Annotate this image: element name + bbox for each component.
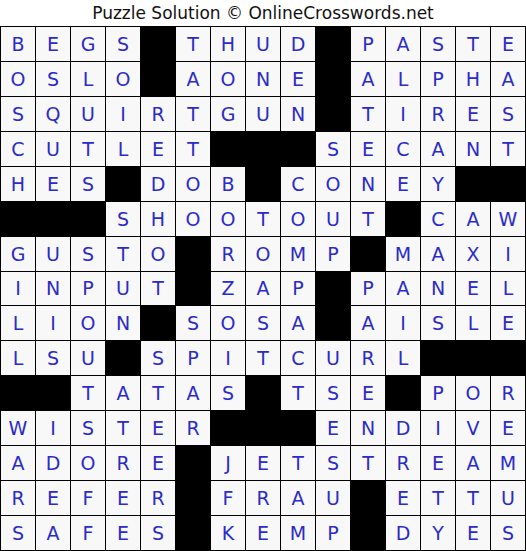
black-cell bbox=[176, 446, 210, 480]
letter-cell: I bbox=[106, 97, 140, 131]
letter-cell: E bbox=[36, 167, 70, 201]
letter-cell: E bbox=[421, 446, 455, 480]
letter-cell: A bbox=[281, 306, 315, 340]
letter-cell: S bbox=[106, 27, 140, 61]
letter-cell: X bbox=[456, 237, 490, 271]
letter-cell: R bbox=[491, 376, 525, 410]
black-cell bbox=[456, 341, 490, 375]
letter-cell: O bbox=[71, 306, 105, 340]
letter-cell: O bbox=[106, 62, 140, 96]
letter-cell: C bbox=[281, 341, 315, 375]
letter-cell: F bbox=[71, 516, 105, 550]
letter-cell: A bbox=[456, 202, 490, 236]
letter-cell: N bbox=[36, 272, 70, 306]
black-cell bbox=[106, 341, 140, 375]
letter-cell: N bbox=[351, 167, 385, 201]
letter-cell: O bbox=[1, 62, 35, 96]
letter-cell: N bbox=[246, 62, 280, 96]
black-cell bbox=[1, 202, 35, 236]
letter-cell: D bbox=[386, 516, 420, 550]
letter-cell: L bbox=[71, 62, 105, 96]
letter-cell: A bbox=[351, 62, 385, 96]
letter-cell: A bbox=[491, 62, 525, 96]
letter-cell: A bbox=[36, 516, 70, 550]
black-cell bbox=[141, 62, 175, 96]
black-cell bbox=[246, 132, 280, 166]
black-cell bbox=[316, 272, 350, 306]
letter-cell: U bbox=[316, 202, 350, 236]
letter-cell: O bbox=[211, 202, 245, 236]
letter-cell: T bbox=[456, 27, 490, 61]
black-cell bbox=[386, 376, 420, 410]
letter-cell: I bbox=[421, 411, 455, 445]
letter-cell: W bbox=[1, 411, 35, 445]
letter-cell: E bbox=[246, 446, 280, 480]
black-cell bbox=[316, 97, 350, 131]
letter-cell: U bbox=[36, 132, 70, 166]
letter-cell: H bbox=[211, 27, 245, 61]
letter-cell: C bbox=[1, 132, 35, 166]
letter-cell: E bbox=[141, 446, 175, 480]
letter-cell: T bbox=[456, 481, 490, 515]
letter-cell: E bbox=[141, 411, 175, 445]
letter-cell: S bbox=[1, 97, 35, 131]
letter-cell: F bbox=[211, 481, 245, 515]
black-cell bbox=[421, 341, 455, 375]
letter-cell: V bbox=[456, 411, 490, 445]
black-cell bbox=[316, 62, 350, 96]
letter-cell: D bbox=[141, 167, 175, 201]
letter-cell: S bbox=[211, 376, 245, 410]
letter-cell: L bbox=[106, 132, 140, 166]
letter-cell: H bbox=[141, 202, 175, 236]
letter-cell: A bbox=[176, 376, 210, 410]
letter-cell: B bbox=[1, 27, 35, 61]
letter-cell: K bbox=[211, 516, 245, 550]
letter-cell: T bbox=[351, 202, 385, 236]
letter-cell: P bbox=[421, 62, 455, 96]
letter-cell: O bbox=[281, 202, 315, 236]
letter-cell: A bbox=[421, 132, 455, 166]
letter-cell: S bbox=[176, 306, 210, 340]
letter-cell: T bbox=[491, 132, 525, 166]
black-cell bbox=[176, 272, 210, 306]
letter-cell: T bbox=[71, 376, 105, 410]
letter-cell: S bbox=[36, 62, 70, 96]
letter-cell: C bbox=[386, 132, 420, 166]
letter-cell: A bbox=[351, 306, 385, 340]
letter-cell: T bbox=[281, 376, 315, 410]
letter-cell: U bbox=[106, 272, 140, 306]
letter-cell: R bbox=[141, 481, 175, 515]
letter-cell: L bbox=[1, 341, 35, 375]
letter-cell: U bbox=[246, 97, 280, 131]
letter-cell: E bbox=[456, 272, 490, 306]
black-cell bbox=[351, 237, 385, 271]
letter-cell: S bbox=[141, 516, 175, 550]
black-cell bbox=[281, 132, 315, 166]
letter-cell: L bbox=[491, 272, 525, 306]
letter-cell: S bbox=[421, 306, 455, 340]
letter-cell: S bbox=[246, 306, 280, 340]
letter-cell: T bbox=[176, 132, 210, 166]
letter-cell: U bbox=[316, 481, 350, 515]
letter-cell: B bbox=[211, 167, 245, 201]
letter-cell: P bbox=[316, 237, 350, 271]
letter-cell: I bbox=[386, 306, 420, 340]
letter-cell: E bbox=[386, 481, 420, 515]
letter-cell: O bbox=[176, 202, 210, 236]
letter-cell: D bbox=[36, 446, 70, 480]
black-cell bbox=[141, 27, 175, 61]
black-cell bbox=[316, 306, 350, 340]
black-cell bbox=[141, 306, 175, 340]
letter-cell: U bbox=[246, 27, 280, 61]
black-cell bbox=[491, 167, 525, 201]
letter-cell: O bbox=[176, 167, 210, 201]
black-cell bbox=[491, 341, 525, 375]
letter-cell: S bbox=[141, 341, 175, 375]
letter-cell: E bbox=[351, 132, 385, 166]
letter-cell: T bbox=[246, 341, 280, 375]
letter-cell: Y bbox=[421, 167, 455, 201]
letter-cell: S bbox=[71, 411, 105, 445]
letter-cell: P bbox=[176, 341, 210, 375]
letter-cell: G bbox=[211, 97, 245, 131]
letter-cell: U bbox=[491, 481, 525, 515]
letter-cell: P bbox=[351, 272, 385, 306]
letter-cell: U bbox=[71, 97, 105, 131]
letter-cell: E bbox=[456, 97, 490, 131]
letter-cell: E bbox=[36, 481, 70, 515]
letter-cell: E bbox=[456, 516, 490, 550]
letter-cell: M bbox=[386, 237, 420, 271]
letter-cell: E bbox=[106, 516, 140, 550]
letter-cell: R bbox=[246, 481, 280, 515]
letter-cell: R bbox=[351, 341, 385, 375]
letter-cell: I bbox=[386, 97, 420, 131]
letter-cell: I bbox=[36, 411, 70, 445]
letter-cell: M bbox=[281, 237, 315, 271]
letter-cell: A bbox=[456, 446, 490, 480]
letter-cell: L bbox=[1, 306, 35, 340]
black-cell bbox=[246, 376, 280, 410]
letter-cell: S bbox=[316, 446, 350, 480]
letter-cell: T bbox=[141, 272, 175, 306]
letter-cell: T bbox=[281, 446, 315, 480]
letter-cell: A bbox=[246, 272, 280, 306]
letter-cell: E bbox=[491, 27, 525, 61]
letter-cell: L bbox=[456, 306, 490, 340]
letter-cell: T bbox=[421, 481, 455, 515]
letter-cell: A bbox=[176, 62, 210, 96]
letter-cell: T bbox=[176, 97, 210, 131]
letter-cell: I bbox=[36, 306, 70, 340]
letter-cell: L bbox=[386, 341, 420, 375]
letter-cell: E bbox=[36, 27, 70, 61]
black-cell bbox=[71, 202, 105, 236]
letter-cell: S bbox=[1, 516, 35, 550]
letter-cell: G bbox=[1, 237, 35, 271]
letter-cell: S bbox=[491, 516, 525, 550]
letter-cell: C bbox=[281, 167, 315, 201]
letter-cell: A bbox=[106, 376, 140, 410]
letter-cell: A bbox=[1, 446, 35, 480]
black-cell bbox=[316, 27, 350, 61]
letter-cell: N bbox=[281, 97, 315, 131]
letter-cell: M bbox=[281, 516, 315, 550]
letter-cell: E bbox=[386, 167, 420, 201]
letter-cell: N bbox=[456, 132, 490, 166]
letter-cell: E bbox=[141, 132, 175, 166]
letter-cell: R bbox=[421, 97, 455, 131]
letter-cell: T bbox=[106, 237, 140, 271]
letter-cell: S bbox=[316, 376, 350, 410]
letter-cell: P bbox=[351, 27, 385, 61]
letter-cell: O bbox=[211, 62, 245, 96]
letter-cell: A bbox=[421, 237, 455, 271]
black-cell bbox=[351, 481, 385, 515]
black-cell bbox=[36, 376, 70, 410]
letter-cell: E bbox=[106, 481, 140, 515]
letter-cell: I bbox=[491, 237, 525, 271]
letter-cell: N bbox=[351, 411, 385, 445]
letter-cell: E bbox=[246, 516, 280, 550]
letter-cell: R bbox=[1, 481, 35, 515]
letter-cell: S bbox=[36, 341, 70, 375]
letter-cell: T bbox=[351, 97, 385, 131]
letter-cell: N bbox=[106, 306, 140, 340]
letter-cell: I bbox=[1, 272, 35, 306]
black-cell bbox=[176, 237, 210, 271]
letter-cell: S bbox=[421, 27, 455, 61]
letter-cell: S bbox=[71, 237, 105, 271]
letter-cell: L bbox=[386, 62, 420, 96]
letter-cell: S bbox=[316, 132, 350, 166]
letter-cell: U bbox=[71, 341, 105, 375]
letter-cell: T bbox=[106, 411, 140, 445]
letter-cell: P bbox=[281, 272, 315, 306]
letter-cell: S bbox=[71, 167, 105, 201]
letter-cell: P bbox=[421, 376, 455, 410]
letter-cell: W bbox=[491, 202, 525, 236]
letter-cell: F bbox=[71, 481, 105, 515]
black-cell bbox=[211, 411, 245, 445]
letter-cell: D bbox=[386, 411, 420, 445]
letter-cell: O bbox=[456, 376, 490, 410]
letter-cell: G bbox=[71, 27, 105, 61]
letter-cell: E bbox=[491, 411, 525, 445]
letter-cell: A bbox=[386, 272, 420, 306]
letter-cell: J bbox=[211, 446, 245, 480]
letter-cell: N bbox=[421, 272, 455, 306]
letter-cell: O bbox=[316, 167, 350, 201]
letter-cell: R bbox=[141, 97, 175, 131]
letter-cell: Z bbox=[211, 272, 245, 306]
page: Puzzle Solution © OnlineCrosswords.net B… bbox=[0, 0, 526, 551]
letter-cell: Y bbox=[421, 516, 455, 550]
black-cell bbox=[386, 202, 420, 236]
letter-cell: R bbox=[386, 446, 420, 480]
letter-cell: T bbox=[141, 376, 175, 410]
black-cell bbox=[246, 167, 280, 201]
letter-cell: T bbox=[246, 202, 280, 236]
black-cell bbox=[246, 411, 280, 445]
letter-cell: E bbox=[316, 411, 350, 445]
black-cell bbox=[36, 202, 70, 236]
letter-cell: E bbox=[351, 376, 385, 410]
black-cell bbox=[1, 376, 35, 410]
letter-cell: Q bbox=[36, 97, 70, 131]
letter-cell: O bbox=[141, 237, 175, 271]
letter-cell: A bbox=[386, 27, 420, 61]
letter-cell: C bbox=[421, 202, 455, 236]
letter-cell: H bbox=[456, 62, 490, 96]
letter-cell: A bbox=[281, 481, 315, 515]
page-title: Puzzle Solution © OnlineCrosswords.net bbox=[0, 0, 526, 26]
letter-cell: O bbox=[71, 446, 105, 480]
letter-cell: T bbox=[351, 446, 385, 480]
letter-cell: U bbox=[316, 341, 350, 375]
letter-cell: E bbox=[281, 62, 315, 96]
black-cell bbox=[281, 411, 315, 445]
letter-cell: S bbox=[491, 97, 525, 131]
letter-cell: I bbox=[211, 341, 245, 375]
black-cell bbox=[106, 167, 140, 201]
letter-cell: U bbox=[36, 237, 70, 271]
black-cell bbox=[176, 516, 210, 550]
letter-cell: M bbox=[491, 446, 525, 480]
black-cell bbox=[351, 516, 385, 550]
letter-cell: T bbox=[71, 132, 105, 166]
letter-cell: S bbox=[106, 202, 140, 236]
letter-cell: O bbox=[246, 237, 280, 271]
crossword-grid: BEGSTHUDPASTEOSLOAONEALPHASQUIRTGUNTIRES… bbox=[0, 26, 526, 551]
letter-cell: P bbox=[71, 272, 105, 306]
letter-cell: R bbox=[211, 237, 245, 271]
letter-cell: E bbox=[491, 306, 525, 340]
letter-cell: R bbox=[106, 446, 140, 480]
letter-cell: H bbox=[1, 167, 35, 201]
letter-cell: D bbox=[281, 27, 315, 61]
letter-cell: T bbox=[176, 27, 210, 61]
letter-cell: P bbox=[316, 516, 350, 550]
black-cell bbox=[211, 132, 245, 166]
letter-cell: O bbox=[211, 306, 245, 340]
black-cell bbox=[176, 481, 210, 515]
black-cell bbox=[456, 167, 490, 201]
letter-cell: R bbox=[176, 411, 210, 445]
